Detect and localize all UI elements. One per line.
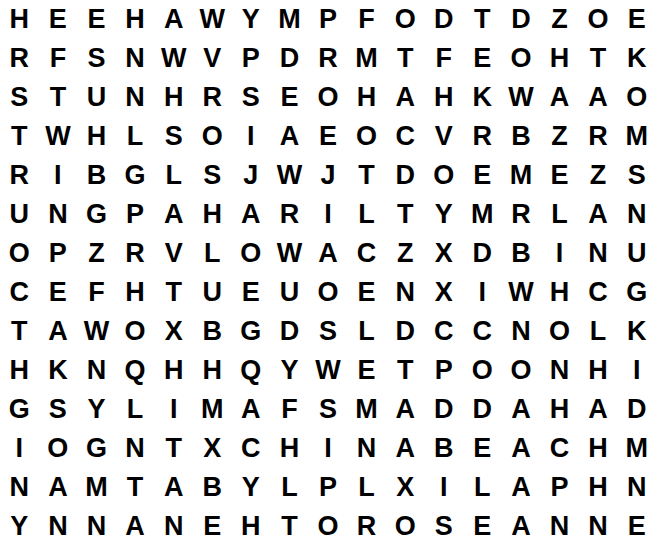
grid-cell[interactable]: L (347, 195, 386, 234)
grid-cell[interactable]: W (77, 312, 116, 351)
word-search-grid: HEEHAWYMPFODTDZOERFSNWVPDRMTFEOHTKSTUNHR… (0, 0, 656, 546)
grid-cell[interactable]: L (270, 468, 309, 507)
grid-cell[interactable]: H (579, 429, 618, 468)
grid-cell[interactable]: O (232, 234, 271, 273)
grid-cell[interactable]: T (0, 312, 39, 351)
grid-cell[interactable]: Z (540, 117, 579, 156)
grid-cell[interactable]: X (154, 312, 193, 351)
grid-cell[interactable]: H (424, 78, 463, 117)
grid-cell[interactable]: T (270, 507, 309, 546)
grid-cell[interactable]: S (0, 78, 39, 117)
grid-cell[interactable]: Y (77, 390, 116, 429)
grid-cell[interactable]: F (424, 39, 463, 78)
grid-cell[interactable]: E (540, 156, 579, 195)
grid-cell[interactable]: N (154, 507, 193, 546)
grid-cell[interactable]: W (39, 117, 78, 156)
grid-cell[interactable]: X (193, 429, 232, 468)
grid-cell[interactable]: A (540, 78, 579, 117)
grid-cell[interactable]: L (116, 117, 155, 156)
grid-cell[interactable]: D (386, 312, 425, 351)
grid-cell[interactable]: L (347, 312, 386, 351)
grid-cell[interactable]: K (617, 39, 656, 78)
grid-cell[interactable]: P (424, 351, 463, 390)
grid-cell[interactable]: F (77, 273, 116, 312)
grid-cell[interactable]: B (502, 117, 541, 156)
grid-cell[interactable]: B (77, 156, 116, 195)
grid-cell[interactable]: B (193, 312, 232, 351)
grid-cell[interactable]: H (540, 273, 579, 312)
grid-cell[interactable]: O (39, 429, 78, 468)
grid-cell[interactable]: C (579, 273, 618, 312)
grid-cell[interactable]: Y (232, 468, 271, 507)
grid-cell[interactable]: R (502, 195, 541, 234)
grid-cell[interactable]: X (386, 468, 425, 507)
grid-cell[interactable]: Y (424, 195, 463, 234)
grid-cell[interactable]: A (502, 390, 541, 429)
grid-cell[interactable]: E (617, 507, 656, 546)
grid-cell[interactable]: D (424, 390, 463, 429)
grid-cell[interactable]: L (540, 195, 579, 234)
grid-cell[interactable]: K (617, 312, 656, 351)
grid-cell[interactable]: H (579, 468, 618, 507)
grid-cell[interactable]: D (502, 0, 541, 39)
grid-cell[interactable]: S (232, 78, 271, 117)
grid-cell[interactable]: Y (0, 507, 39, 546)
grid-cell[interactable]: R (309, 39, 348, 78)
grid-cell[interactable]: J (309, 156, 348, 195)
grid-cell[interactable]: O (116, 312, 155, 351)
grid-cell[interactable]: T (579, 39, 618, 78)
grid-cell[interactable]: N (0, 468, 39, 507)
grid-cell[interactable]: R (0, 39, 39, 78)
grid-cell[interactable]: A (579, 195, 618, 234)
grid-cell[interactable]: M (617, 117, 656, 156)
grid-cell[interactable]: Q (116, 351, 155, 390)
grid-cell[interactable]: U (270, 273, 309, 312)
grid-cell[interactable]: A (154, 468, 193, 507)
grid-cell[interactable]: R (193, 78, 232, 117)
grid-cell[interactable]: N (386, 273, 425, 312)
grid-cell[interactable]: A (116, 507, 155, 546)
grid-cell[interactable]: B (502, 234, 541, 273)
grid-cell[interactable]: S (424, 507, 463, 546)
grid-cell[interactable]: H (232, 507, 271, 546)
grid-cell[interactable]: M (270, 0, 309, 39)
grid-cell[interactable]: M (347, 39, 386, 78)
grid-cell[interactable]: P (39, 234, 78, 273)
grid-cell[interactable]: A (386, 78, 425, 117)
grid-cell[interactable]: W (270, 156, 309, 195)
grid-cell[interactable]: H (540, 39, 579, 78)
grid-cell[interactable]: M (347, 390, 386, 429)
grid-cell[interactable]: N (116, 429, 155, 468)
grid-cell[interactable]: O (347, 117, 386, 156)
grid-cell[interactable]: A (502, 468, 541, 507)
grid-cell[interactable]: H (347, 78, 386, 117)
grid-cell[interactable]: A (309, 234, 348, 273)
grid-cell[interactable]: E (309, 117, 348, 156)
grid-cell[interactable]: N (116, 78, 155, 117)
grid-cell[interactable]: I (154, 390, 193, 429)
grid-cell[interactable]: J (232, 156, 271, 195)
grid-cell[interactable]: A (232, 195, 271, 234)
grid-cell[interactable]: T (386, 195, 425, 234)
grid-cell[interactable]: E (347, 351, 386, 390)
grid-cell[interactable]: B (193, 468, 232, 507)
grid-cell[interactable]: N (502, 312, 541, 351)
grid-cell[interactable]: O (424, 156, 463, 195)
grid-cell[interactable]: U (617, 234, 656, 273)
grid-cell[interactable]: C (0, 273, 39, 312)
grid-cell[interactable]: A (154, 0, 193, 39)
grid-cell[interactable]: N (77, 507, 116, 546)
grid-cell[interactable]: L (579, 312, 618, 351)
grid-cell[interactable]: L (463, 468, 502, 507)
grid-cell[interactable]: L (347, 468, 386, 507)
grid-cell[interactable]: G (232, 312, 271, 351)
grid-cell[interactable]: E (347, 273, 386, 312)
grid-cell[interactable]: R (463, 117, 502, 156)
grid-cell[interactable]: H (540, 390, 579, 429)
grid-cell[interactable]: O (540, 312, 579, 351)
grid-cell[interactable]: A (579, 78, 618, 117)
grid-cell[interactable]: D (463, 234, 502, 273)
grid-cell[interactable]: W (270, 234, 309, 273)
grid-cell[interactable]: O (0, 234, 39, 273)
grid-cell[interactable]: P (309, 468, 348, 507)
grid-cell[interactable]: M (193, 390, 232, 429)
grid-cell[interactable]: O (193, 117, 232, 156)
grid-cell[interactable]: U (0, 195, 39, 234)
grid-cell[interactable]: K (39, 351, 78, 390)
grid-cell[interactable]: D (424, 0, 463, 39)
grid-cell[interactable]: E (463, 156, 502, 195)
grid-cell[interactable]: I (463, 273, 502, 312)
grid-cell[interactable]: G (116, 156, 155, 195)
grid-cell[interactable]: E (463, 507, 502, 546)
grid-cell[interactable]: T (347, 156, 386, 195)
grid-cell[interactable]: E (39, 273, 78, 312)
grid-cell[interactable]: G (77, 429, 116, 468)
grid-cell[interactable]: S (39, 390, 78, 429)
grid-cell[interactable]: V (424, 117, 463, 156)
grid-cell[interactable]: B (424, 429, 463, 468)
grid-cell[interactable]: E (39, 0, 78, 39)
grid-cell[interactable]: I (39, 156, 78, 195)
grid-cell[interactable]: N (116, 39, 155, 78)
grid-cell[interactable]: A (386, 390, 425, 429)
grid-cell[interactable]: W (193, 0, 232, 39)
grid-cell[interactable]: A (154, 195, 193, 234)
grid-cell[interactable]: E (270, 78, 309, 117)
grid-cell[interactable]: T (386, 39, 425, 78)
grid-cell[interactable]: I (309, 429, 348, 468)
grid-cell[interactable]: T (463, 0, 502, 39)
grid-cell[interactable]: P (309, 0, 348, 39)
grid-cell[interactable]: L (193, 234, 232, 273)
grid-cell[interactable]: A (579, 390, 618, 429)
grid-cell[interactable]: E (77, 0, 116, 39)
grid-cell[interactable]: H (154, 78, 193, 117)
grid-cell[interactable]: W (502, 273, 541, 312)
grid-cell[interactable]: N (617, 195, 656, 234)
grid-cell[interactable]: K (463, 78, 502, 117)
grid-cell[interactable]: T (0, 117, 39, 156)
grid-cell[interactable]: Q (232, 351, 271, 390)
grid-cell[interactable]: T (154, 429, 193, 468)
grid-cell[interactable]: G (77, 195, 116, 234)
grid-cell[interactable]: S (154, 117, 193, 156)
grid-cell[interactable]: C (347, 234, 386, 273)
grid-cell[interactable]: X (424, 234, 463, 273)
grid-cell[interactable]: A (39, 312, 78, 351)
grid-cell[interactable]: F (39, 39, 78, 78)
grid-cell[interactable]: C (232, 429, 271, 468)
grid-cell[interactable]: R (0, 156, 39, 195)
grid-cell[interactable]: H (270, 429, 309, 468)
grid-cell[interactable]: O (386, 0, 425, 39)
grid-cell[interactable]: O (386, 507, 425, 546)
grid-cell[interactable]: T (39, 78, 78, 117)
grid-cell[interactable]: N (77, 351, 116, 390)
grid-cell[interactable]: H (116, 273, 155, 312)
grid-cell[interactable]: I (540, 234, 579, 273)
grid-cell[interactable]: Z (540, 0, 579, 39)
grid-cell[interactable]: N (617, 468, 656, 507)
grid-cell[interactable]: E (617, 0, 656, 39)
grid-cell[interactable]: L (116, 390, 155, 429)
grid-cell[interactable]: H (193, 351, 232, 390)
grid-cell[interactable]: Y (232, 0, 271, 39)
grid-cell[interactable]: N (579, 507, 618, 546)
grid-cell[interactable]: E (463, 429, 502, 468)
grid-cell[interactable]: R (116, 234, 155, 273)
grid-cell[interactable]: G (0, 390, 39, 429)
grid-cell[interactable]: Z (386, 234, 425, 273)
grid-cell[interactable]: M (502, 156, 541, 195)
grid-cell[interactable]: D (270, 39, 309, 78)
grid-cell[interactable]: I (309, 195, 348, 234)
grid-cell[interactable]: D (617, 390, 656, 429)
grid-cell[interactable]: E (463, 39, 502, 78)
grid-cell[interactable]: D (386, 156, 425, 195)
grid-cell[interactable]: Z (77, 234, 116, 273)
grid-cell[interactable]: I (424, 468, 463, 507)
grid-cell[interactable]: R (270, 195, 309, 234)
grid-cell[interactable]: P (540, 468, 579, 507)
grid-cell[interactable]: C (463, 312, 502, 351)
grid-cell[interactable]: W (502, 78, 541, 117)
grid-cell[interactable]: P (116, 195, 155, 234)
grid-cell[interactable]: W (309, 351, 348, 390)
grid-cell[interactable]: N (347, 429, 386, 468)
grid-cell[interactable]: N (540, 507, 579, 546)
grid-cell[interactable]: A (502, 507, 541, 546)
grid-cell[interactable]: O (502, 351, 541, 390)
grid-cell[interactable]: D (270, 312, 309, 351)
grid-cell[interactable]: E (193, 507, 232, 546)
grid-cell[interactable]: O (617, 78, 656, 117)
grid-cell[interactable]: S (193, 156, 232, 195)
grid-cell[interactable]: O (463, 351, 502, 390)
grid-cell[interactable]: O (502, 39, 541, 78)
grid-cell[interactable]: Y (270, 351, 309, 390)
grid-cell[interactable]: C (540, 429, 579, 468)
grid-cell[interactable]: H (0, 0, 39, 39)
grid-cell[interactable]: T (386, 351, 425, 390)
grid-cell[interactable]: H (579, 351, 618, 390)
grid-cell[interactable]: H (193, 195, 232, 234)
grid-cell[interactable]: O (309, 78, 348, 117)
grid-cell[interactable]: N (579, 234, 618, 273)
grid-cell[interactable]: N (540, 351, 579, 390)
grid-cell[interactable]: S (77, 39, 116, 78)
grid-cell[interactable]: I (232, 117, 271, 156)
grid-cell[interactable]: A (270, 117, 309, 156)
grid-cell[interactable]: C (386, 117, 425, 156)
grid-cell[interactable]: M (463, 195, 502, 234)
grid-cell[interactable]: V (154, 234, 193, 273)
grid-cell[interactable]: Z (579, 156, 618, 195)
grid-cell[interactable]: E (232, 273, 271, 312)
grid-cell[interactable]: M (617, 429, 656, 468)
grid-cell[interactable]: N (39, 195, 78, 234)
grid-cell[interactable]: H (116, 0, 155, 39)
grid-cell[interactable]: I (0, 429, 39, 468)
grid-cell[interactable]: F (270, 390, 309, 429)
grid-cell[interactable]: H (0, 351, 39, 390)
grid-cell[interactable]: F (347, 0, 386, 39)
grid-cell[interactable]: R (579, 117, 618, 156)
grid-cell[interactable]: A (39, 468, 78, 507)
grid-cell[interactable]: P (232, 39, 271, 78)
grid-cell[interactable]: H (77, 117, 116, 156)
grid-cell[interactable]: T (154, 273, 193, 312)
grid-cell[interactable]: R (347, 507, 386, 546)
grid-cell[interactable]: L (154, 156, 193, 195)
grid-cell[interactable]: A (502, 429, 541, 468)
grid-cell[interactable]: A (386, 429, 425, 468)
grid-cell[interactable]: U (193, 273, 232, 312)
grid-cell[interactable]: D (463, 390, 502, 429)
grid-cell[interactable]: S (309, 312, 348, 351)
grid-cell[interactable]: M (77, 468, 116, 507)
grid-cell[interactable]: S (617, 156, 656, 195)
grid-cell[interactable]: A (232, 390, 271, 429)
grid-cell[interactable]: T (116, 468, 155, 507)
grid-cell[interactable]: O (309, 507, 348, 546)
grid-cell[interactable]: O (309, 273, 348, 312)
grid-cell[interactable]: N (39, 507, 78, 546)
grid-cell[interactable]: H (154, 351, 193, 390)
grid-cell[interactable]: S (309, 390, 348, 429)
grid-cell[interactable]: O (579, 0, 618, 39)
grid-cell[interactable]: V (193, 39, 232, 78)
grid-cell[interactable]: C (424, 312, 463, 351)
grid-cell[interactable]: G (617, 273, 656, 312)
grid-cell[interactable]: X (424, 273, 463, 312)
grid-cell[interactable]: W (154, 39, 193, 78)
grid-cell[interactable]: U (77, 78, 116, 117)
grid-cell[interactable]: I (617, 351, 656, 390)
